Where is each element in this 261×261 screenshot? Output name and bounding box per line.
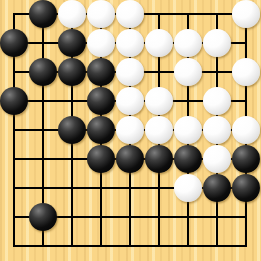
intersection-A4[interactable] [0, 145, 29, 174]
intersection-C2[interactable] [58, 203, 87, 232]
black-stone [58, 29, 86, 57]
black-stone [116, 145, 144, 173]
intersection-H6[interactable] [203, 87, 232, 116]
black-stone [232, 145, 260, 173]
intersection-G4[interactable] [174, 145, 203, 174]
white-stone [232, 0, 260, 28]
intersection-J9[interactable] [232, 0, 261, 29]
intersection-C1[interactable] [58, 232, 87, 261]
white-stone [145, 87, 173, 115]
black-stone [87, 58, 115, 86]
white-stone [116, 87, 144, 115]
intersection-J4[interactable] [232, 145, 261, 174]
intersection-A5[interactable] [0, 116, 29, 145]
intersection-A1[interactable] [0, 232, 29, 261]
black-stone [29, 58, 57, 86]
intersection-G2[interactable] [174, 203, 203, 232]
black-stone [174, 145, 202, 173]
white-stone [116, 29, 144, 57]
intersection-D9[interactable] [87, 0, 116, 29]
intersection-F1[interactable] [145, 232, 174, 261]
black-stone [58, 116, 86, 144]
intersection-F8[interactable] [145, 29, 174, 58]
intersection-H8[interactable] [203, 29, 232, 58]
black-stone [87, 87, 115, 115]
white-stone [58, 0, 86, 28]
intersection-B5[interactable] [29, 116, 58, 145]
intersection-C5[interactable] [58, 116, 87, 145]
intersection-E8[interactable] [116, 29, 145, 58]
black-stone [203, 174, 231, 202]
intersection-B6[interactable] [29, 87, 58, 116]
intersection-E1[interactable] [116, 232, 145, 261]
black-stone [0, 29, 28, 57]
intersection-C6[interactable] [58, 87, 87, 116]
intersection-G7[interactable] [174, 58, 203, 87]
white-stone [203, 29, 231, 57]
black-stone [145, 145, 173, 173]
intersection-A6[interactable] [0, 87, 29, 116]
intersection-E3[interactable] [116, 174, 145, 203]
white-stone [203, 116, 231, 144]
intersection-B8[interactable] [29, 29, 58, 58]
intersection-H5[interactable] [203, 116, 232, 145]
white-stone [87, 0, 115, 28]
intersection-A2[interactable] [0, 203, 29, 232]
white-stone [174, 174, 202, 202]
white-stone [145, 29, 173, 57]
intersection-H1[interactable] [203, 232, 232, 261]
intersection-E2[interactable] [116, 203, 145, 232]
intersection-D1[interactable] [87, 232, 116, 261]
intersection-F7[interactable] [145, 58, 174, 87]
intersection-G1[interactable] [174, 232, 203, 261]
intersection-J6[interactable] [232, 87, 261, 116]
white-stone [174, 29, 202, 57]
black-stone [232, 174, 260, 202]
intersection-E5[interactable] [116, 116, 145, 145]
intersection-F3[interactable] [145, 174, 174, 203]
intersection-J3[interactable] [232, 174, 261, 203]
intersection-D8[interactable] [87, 29, 116, 58]
intersection-F6[interactable] [145, 87, 174, 116]
intersection-H4[interactable] [203, 145, 232, 174]
white-stone [116, 116, 144, 144]
intersection-C4[interactable] [58, 145, 87, 174]
intersection-G9[interactable] [174, 0, 203, 29]
intersection-E7[interactable] [116, 58, 145, 87]
white-stone [203, 145, 231, 173]
intersection-H2[interactable] [203, 203, 232, 232]
intersection-G6[interactable] [174, 87, 203, 116]
intersection-B2[interactable] [29, 203, 58, 232]
white-stone [116, 58, 144, 86]
intersection-D4[interactable] [87, 145, 116, 174]
intersection-G3[interactable] [174, 174, 203, 203]
intersection-C7[interactable] [58, 58, 87, 87]
go-board [0, 0, 261, 261]
white-stone [145, 116, 173, 144]
white-stone [174, 58, 202, 86]
black-stone [29, 203, 57, 231]
white-stone [87, 29, 115, 57]
intersection-H3[interactable] [203, 174, 232, 203]
intersection-H7[interactable] [203, 58, 232, 87]
intersection-G5[interactable] [174, 116, 203, 145]
intersection-C8[interactable] [58, 29, 87, 58]
intersection-A9[interactable] [0, 0, 29, 29]
intersection-B4[interactable] [29, 145, 58, 174]
white-stone [232, 116, 260, 144]
intersection-B7[interactable] [29, 58, 58, 87]
intersection-J2[interactable] [232, 203, 261, 232]
intersection-C3[interactable] [58, 174, 87, 203]
white-stone [203, 87, 231, 115]
intersection-D3[interactable] [87, 174, 116, 203]
intersection-J8[interactable] [232, 29, 261, 58]
intersection-A7[interactable] [0, 58, 29, 87]
intersection-D5[interactable] [87, 116, 116, 145]
intersection-A8[interactable] [0, 29, 29, 58]
intersection-E6[interactable] [116, 87, 145, 116]
board-grid [0, 0, 261, 261]
intersection-B1[interactable] [29, 232, 58, 261]
black-stone [0, 87, 28, 115]
intersection-F5[interactable] [145, 116, 174, 145]
intersection-A3[interactable] [0, 174, 29, 203]
intersection-G8[interactable] [174, 29, 203, 58]
black-stone [87, 145, 115, 173]
intersection-B9[interactable] [29, 0, 58, 29]
white-stone [232, 58, 260, 86]
black-stone [58, 58, 86, 86]
intersection-J7[interactable] [232, 58, 261, 87]
intersection-F4[interactable] [145, 145, 174, 174]
black-stone [29, 0, 57, 28]
intersection-B3[interactable] [29, 174, 58, 203]
intersection-E9[interactable] [116, 0, 145, 29]
intersection-J5[interactable] [232, 116, 261, 145]
intersection-D6[interactable] [87, 87, 116, 116]
intersection-D7[interactable] [87, 58, 116, 87]
intersection-D2[interactable] [87, 203, 116, 232]
intersection-E4[interactable] [116, 145, 145, 174]
intersection-J1[interactable] [232, 232, 261, 261]
white-stone [174, 116, 202, 144]
intersection-H9[interactable] [203, 0, 232, 29]
intersection-F9[interactable] [145, 0, 174, 29]
intersection-F2[interactable] [145, 203, 174, 232]
intersection-C9[interactable] [58, 0, 87, 29]
white-stone [116, 0, 144, 28]
black-stone [87, 116, 115, 144]
